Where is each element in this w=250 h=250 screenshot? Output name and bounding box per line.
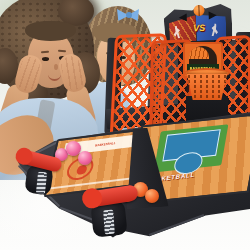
- court-key-border: [153, 124, 228, 172]
- orange-ball: [145, 189, 159, 203]
- pink-ball: [78, 151, 92, 165]
- vs-label: VS: [186, 21, 212, 36]
- launcher-spring-front-icon: [103, 210, 115, 235]
- girl-left-eye: [42, 57, 49, 61]
- girl-left-eyebrow: [58, 50, 66, 52]
- product-photo: VS BASKETBALL BASKETBALL BASKETBALL: [0, 0, 250, 250]
- score-pointer-right-icon: [209, 11, 217, 19]
- hoop-basket: [186, 74, 228, 100]
- court-basketball-logo-icon: [76, 164, 88, 175]
- girl-right-bow-knot: [126, 12, 132, 18]
- girl-left-hair-fringe: [25, 21, 76, 41]
- girl-left-nose: [54, 64, 58, 70]
- court-left-print-text: BASKETBALL: [95, 141, 116, 147]
